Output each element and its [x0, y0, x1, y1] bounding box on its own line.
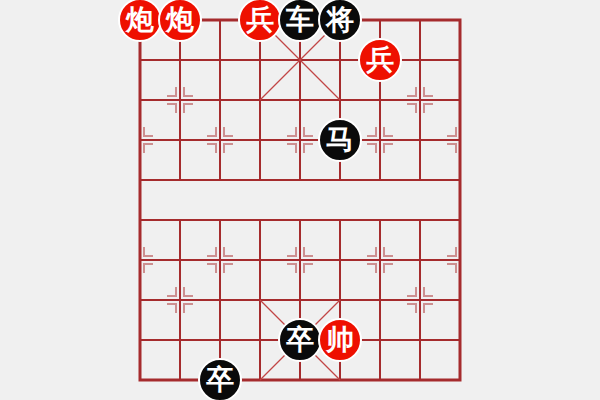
piece-black-soldier[interactable]: 卒	[198, 358, 242, 400]
piece-black-general[interactable]: 将	[318, 0, 362, 42]
piece-black-chariot[interactable]: 车	[278, 0, 322, 42]
piece-black-horse[interactable]: 马	[318, 118, 362, 162]
piece-red-general[interactable]: 帅	[318, 318, 362, 362]
piece-black-soldier[interactable]: 卒	[278, 318, 322, 362]
piece-red-soldier[interactable]: 兵	[238, 0, 282, 42]
piece-red-soldier[interactable]: 兵	[358, 38, 402, 82]
xiangqi-board-diagram: 炮炮兵车将兵马卒帅卒	[0, 0, 600, 400]
piece-red-cannon[interactable]: 炮	[118, 0, 162, 42]
pieces-layer: 炮炮兵车将兵马卒帅卒	[120, 0, 480, 400]
piece-red-cannon[interactable]: 炮	[158, 0, 202, 42]
